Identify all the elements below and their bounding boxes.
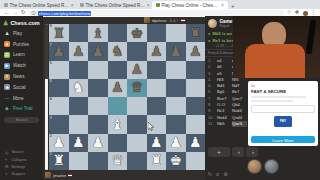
sidebar-footer-search[interactable]: ◎Search <box>0 149 43 156</box>
black-pawn-c7[interactable]: ♟ <box>91 43 104 60</box>
square-d7[interactable]: ♞ <box>108 42 128 60</box>
square-d5[interactable]: ♟ <box>108 79 128 97</box>
white-king-g1[interactable]: ♚ <box>169 152 182 169</box>
square-d4[interactable] <box>108 97 128 115</box>
square-e1[interactable] <box>127 152 147 170</box>
white-bishop-d3[interactable]: ♝ <box>111 116 124 133</box>
white-pawn-a2[interactable]: ♟ <box>52 134 65 151</box>
square-h5[interactable] <box>186 79 206 97</box>
white-player-avatar[interactable] <box>45 172 51 178</box>
rank-label-4: 4 <box>50 97 52 101</box>
rank-label-6: 6 <box>50 61 52 65</box>
white-player-bar: jmartin <box>45 171 145 179</box>
back-icon[interactable]: ← <box>4 10 10 16</box>
sidebar-item-label: More <box>13 96 23 101</box>
chesscom-logo[interactable]: ♟ Chess.com <box>0 16 43 28</box>
ad-input-field[interactable] <box>251 105 315 113</box>
chesscom-sidebar: ♟ Chess.com ♟Play❖Puzzles▤Learn▶Watch≡Ne… <box>0 16 43 180</box>
square-g1[interactable]: ♚ <box>166 152 186 170</box>
evaluation-bar-black-portion <box>45 24 48 79</box>
review-controls: + ‹ › <box>208 147 258 157</box>
sidebar-item-label: Learn <box>13 52 25 57</box>
tab-title: The Chess Online Speed R… <box>86 3 145 8</box>
sidebar-item-play[interactable]: ♟Play <box>0 28 43 39</box>
sidebar-item-watch[interactable]: ▶Watch <box>0 60 43 71</box>
square-d1[interactable]: ♛ <box>108 152 128 170</box>
green-dot-icon: ● <box>208 31 210 36</box>
stream-participant-avatar-2 <box>264 159 279 174</box>
coach-avatar <box>208 19 217 28</box>
black-rook-a8[interactable]: ♜ <box>52 25 65 42</box>
sidebar-footer-settings[interactable]: ⚙Settings <box>0 163 43 170</box>
square-h8[interactable]: ♜ <box>186 24 206 42</box>
sidebar-footer-support[interactable]: ?Support <box>0 171 43 178</box>
square-c5[interactable] <box>88 79 108 97</box>
tab-title: The Chess Online Speed R… <box>10 3 69 8</box>
profile-avatar[interactable] <box>303 11 308 16</box>
screenshot-root: The Chess Online Speed R… × The Chess On… <box>0 0 320 180</box>
black-player-flag-icon <box>181 19 185 22</box>
news-icon: ≡ <box>4 74 10 80</box>
tab-close-icon[interactable]: × <box>147 2 150 8</box>
white-knight-b5[interactable]: ♞ <box>72 79 85 96</box>
sidebar-item-more[interactable]: ⋯More <box>0 93 43 104</box>
sidebar-search-pill[interactable]: Search <box>4 117 39 123</box>
move-list-icon[interactable]: ≡ <box>216 171 219 177</box>
black-pawn-e6[interactable]: ♟ <box>130 61 143 78</box>
tab-title: Play Chess Online - Ches… <box>162 3 218 8</box>
tab-close-icon[interactable]: × <box>71 2 74 8</box>
browser-tab-3-active[interactable]: Play Chess Online - Ches… × <box>152 1 228 9</box>
panel-footer-icons: ↻ ≡ ⚙ <box>208 171 228 177</box>
square-g6[interactable] <box>166 61 186 79</box>
square-b2[interactable]: ♟ <box>69 134 89 152</box>
move-number: 11. <box>208 121 217 127</box>
black-pawn-b7[interactable]: ♟ <box>72 43 85 60</box>
black-queen-e5[interactable]: ♛ <box>130 79 143 96</box>
square-a1[interactable]: 1♜ <box>49 152 69 170</box>
white-rook-f1[interactable]: ♜ <box>150 152 163 169</box>
square-a6[interactable]: 6 <box>49 61 69 79</box>
square-c4[interactable] <box>88 97 108 115</box>
square-c8[interactable]: ♝ <box>88 24 108 42</box>
square-d2[interactable] <box>108 134 128 152</box>
browser-tab-1[interactable]: The Chess Online Speed R… × <box>0 1 76 9</box>
logo-text: Chess.com <box>10 20 39 26</box>
square-g2[interactable]: ♟ <box>166 134 186 152</box>
sidebar-item-social[interactable]: ☻Social <box>0 82 43 93</box>
white-player-name: jmartin <box>53 173 66 178</box>
browser-menu-icon[interactable]: ⋮ <box>311 10 317 16</box>
black-player-bar: dpetrov ♙♙♘ <box>144 17 214 24</box>
white-pawn-f2[interactable]: ♟ <box>150 134 163 151</box>
square-c3[interactable] <box>88 115 108 133</box>
square-e7[interactable] <box>127 42 147 60</box>
green-dot-icon: ● <box>208 38 210 43</box>
star-icon[interactable]: ☆ <box>287 10 292 16</box>
stream-participant-avatar-1 <box>247 159 262 174</box>
ad-headline: FAST & SECURE <box>251 89 315 94</box>
sidebar-item-label: Play <box>13 31 22 36</box>
square-h1[interactable] <box>186 152 206 170</box>
black-pawn-f7[interactable]: ♟ <box>150 43 163 60</box>
tab-favicon-chesscom <box>156 3 160 7</box>
square-a2[interactable]: 2♟ <box>49 134 69 152</box>
black-move-selected[interactable]: Qxe5 <box>232 121 247 127</box>
rank-label-8: 8 <box>50 24 52 28</box>
ad-card[interactable]: Ad FAST & SECURE PAY Learn More <box>248 81 318 146</box>
square-b1[interactable] <box>69 152 89 170</box>
black-player-avatar[interactable] <box>144 17 150 23</box>
sidebar-item-label: Puzzles <box>13 42 29 47</box>
square-e8[interactable]: ♚ <box>127 24 147 42</box>
black-pawn-h7[interactable]: ♟ <box>189 43 202 60</box>
square-a8[interactable]: 8♜ <box>49 24 69 42</box>
tab-favicon <box>4 3 8 7</box>
sidebar-item-news[interactable]: ≡News <box>0 71 43 82</box>
collapse-icon: « <box>5 157 9 162</box>
social-icon: ☻ <box>4 84 10 90</box>
square-g4[interactable] <box>166 97 186 115</box>
ad-tag: Ad <box>251 84 315 88</box>
square-f2[interactable]: ♟ <box>147 134 167 152</box>
settings-icon: ⚙ <box>5 164 9 169</box>
evaluation-bar <box>45 24 48 170</box>
square-c6[interactable] <box>88 61 108 79</box>
forward-icon[interactable]: → <box>13 10 19 16</box>
black-knight-d7[interactable]: ♞ <box>111 43 124 60</box>
white-pawn-c2[interactable]: ♟ <box>91 134 104 151</box>
square-e6[interactable]: ♟ <box>127 61 147 79</box>
square-a3[interactable]: 3 <box>49 115 69 133</box>
black-player-name: dpetrov <box>152 18 167 23</box>
tab-close-icon[interactable]: × <box>221 2 224 8</box>
microphone-arm <box>306 20 317 55</box>
sidebar-item-label: News <box>13 74 25 79</box>
sidebar-item-puzzles[interactable]: ❖Puzzles <box>0 39 43 50</box>
white-move[interactable]: Nb5 <box>217 121 232 127</box>
prev-move-button[interactable]: ‹ <box>232 147 244 157</box>
ad-cta-button[interactable]: Learn More <box>251 136 315 143</box>
rank-label-3: 3 <box>50 116 52 120</box>
ad-text-line <box>251 96 306 99</box>
sidebar-item-label: Watch <box>13 63 26 68</box>
square-b5[interactable]: ♞ <box>69 79 89 97</box>
square-b8[interactable] <box>69 24 89 42</box>
site-info-icon[interactable]: ⓘ <box>32 11 36 16</box>
url-field[interactable]: ⓘ chess.com/play/online/new <box>29 10 284 16</box>
white-pawn-g2[interactable]: ♟ <box>169 134 182 151</box>
square-f5[interactable] <box>147 79 167 97</box>
black-king-e8[interactable]: ♚ <box>130 25 143 42</box>
square-c2[interactable]: ♟ <box>88 134 108 152</box>
black-pawn-d5[interactable]: ♟ <box>111 79 124 96</box>
square-e3[interactable] <box>127 115 147 133</box>
square-d8[interactable] <box>108 24 128 42</box>
square-b7[interactable]: ♟ <box>69 42 89 60</box>
rank-label-7: 7 <box>50 43 52 47</box>
black-bishop-c8[interactable]: ♝ <box>91 25 104 42</box>
square-e4[interactable] <box>127 97 147 115</box>
square-g3[interactable] <box>166 115 186 133</box>
rank-label-2: 2 <box>50 134 52 138</box>
webcam-video-overlay <box>233 16 320 78</box>
square-b6[interactable] <box>69 61 89 79</box>
puzzles-icon: ❖ <box>4 41 10 47</box>
search-icon: ◎ <box>5 150 9 155</box>
square-f6[interactable] <box>147 61 167 79</box>
logo-pawn-icon: ♟ <box>3 19 8 26</box>
square-g5[interactable] <box>166 79 186 97</box>
chess-board: 8♜♝♚♜7♟♟♟♞♟♟♟6♟5♞♟♛43♝2♟♟♟♟♟♟1♜♛♜♚ <box>49 24 205 170</box>
more-icon: ⋯ <box>4 95 10 101</box>
white-player-flag-icon <box>68 174 72 177</box>
browser-tab-strip: The Chess Online Speed R… × The Chess On… <box>0 0 320 9</box>
next-move-button[interactable]: › <box>246 147 258 157</box>
sidebar-item-learn[interactable]: ▤Learn <box>0 50 43 61</box>
extensions-icon[interactable]: ❖ <box>295 10 300 16</box>
settings-icon[interactable]: ⚙ <box>223 171 227 177</box>
white-pawn-b2[interactable]: ♟ <box>72 134 85 151</box>
white-queen-d1[interactable]: ♛ <box>111 152 124 169</box>
square-b4[interactable] <box>69 97 89 115</box>
square-d3[interactable]: ♝ <box>108 115 128 133</box>
square-h2[interactable]: ♟ <box>186 134 206 152</box>
sidebar-footer: ◎Search«Collapse⚙Settings?Support <box>0 149 43 179</box>
square-f4[interactable] <box>147 97 167 115</box>
square-h4[interactable] <box>186 97 206 115</box>
play-icon: ♟ <box>4 30 10 36</box>
watch-icon: ▶ <box>4 63 10 69</box>
white-rook-a1[interactable]: ♜ <box>52 152 65 169</box>
square-f7[interactable]: ♟ <box>147 42 167 60</box>
payment-badge: PAY <box>274 116 292 127</box>
rank-label-1: 1 <box>50 152 52 156</box>
black-rook-h8[interactable]: ♜ <box>189 25 202 42</box>
black-pawn-g7[interactable]: ♟ <box>169 43 182 60</box>
diamond-icon: ◆ <box>4 106 10 112</box>
square-f8[interactable] <box>147 24 167 42</box>
white-pawn-h2[interactable]: ♟ <box>189 134 202 151</box>
square-c1[interactable] <box>88 152 108 170</box>
add-move-button[interactable]: + <box>208 147 230 157</box>
browser-tab-2[interactable]: The Chess Online Speed R… × <box>76 1 152 9</box>
black-captured-pieces: ♙♙♘ <box>169 18 180 23</box>
tab-favicon <box>80 3 84 7</box>
sidebar-item-label: Free Trial <box>13 106 32 111</box>
mouse-cursor <box>148 122 155 131</box>
sidebar-item-label: Social <box>13 85 26 90</box>
sidebar-item-free-trial[interactable]: ◆ Free Trial <box>0 103 43 114</box>
url-text-selected: chess.com/play/online/new <box>38 11 91 16</box>
reload-icon[interactable]: ↻ <box>21 10 26 16</box>
square-e5[interactable]: ♛ <box>127 79 147 97</box>
learn-icon: ▤ <box>4 52 10 58</box>
square-e2[interactable] <box>127 134 147 152</box>
square-c7[interactable]: ♟ <box>88 42 108 60</box>
square-f1[interactable]: ♜ <box>147 152 167 170</box>
flip-board-icon[interactable]: ↻ <box>208 171 212 177</box>
square-b3[interactable] <box>69 115 89 133</box>
rank-label-5: 5 <box>50 79 52 83</box>
sidebar-footer-collapse[interactable]: «Collapse <box>0 156 43 163</box>
black-pawn-a7[interactable]: ♟ <box>52 43 65 60</box>
square-a5[interactable]: 5 <box>49 79 69 97</box>
square-h6[interactable] <box>186 61 206 79</box>
square-d6[interactable] <box>108 61 128 79</box>
square-g7[interactable]: ♟ <box>166 42 186 60</box>
square-h7[interactable]: ♟ <box>186 42 206 60</box>
streamer-torso-orange-shirt <box>245 44 305 78</box>
square-g8[interactable] <box>166 24 186 42</box>
ad-text-line <box>251 100 293 103</box>
square-a4[interactable]: 4 <box>49 97 69 115</box>
square-h3[interactable] <box>186 115 206 133</box>
square-a7[interactable]: 7♟ <box>49 42 69 60</box>
support-icon: ? <box>5 172 9 177</box>
